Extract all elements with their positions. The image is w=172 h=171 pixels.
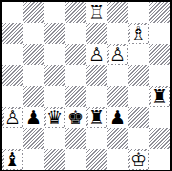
white-rook: ♖ — [88, 4, 106, 22]
square-g5[interactable] — [128, 65, 149, 86]
square-c4[interactable] — [44, 86, 65, 107]
square-g7[interactable]: ♗ — [128, 23, 149, 44]
square-b8[interactable] — [23, 2, 44, 23]
square-a6[interactable] — [2, 44, 23, 65]
square-f5[interactable] — [107, 65, 128, 86]
square-b6[interactable] — [23, 44, 44, 65]
square-e3[interactable]: ♜ — [86, 107, 107, 128]
square-d3[interactable]: ♚ — [65, 107, 86, 128]
square-d6[interactable] — [65, 44, 86, 65]
square-e4[interactable] — [86, 86, 107, 107]
square-c2[interactable] — [44, 128, 65, 149]
square-a2[interactable] — [2, 128, 23, 149]
square-b3[interactable]: ♟ — [23, 107, 44, 128]
square-b5[interactable] — [23, 65, 44, 86]
square-b1[interactable] — [23, 149, 44, 170]
square-h5[interactable] — [149, 65, 170, 86]
square-h3[interactable] — [149, 107, 170, 128]
square-b2[interactable] — [23, 128, 44, 149]
square-g3[interactable] — [128, 107, 149, 128]
square-c8[interactable] — [44, 2, 65, 23]
square-f1[interactable] — [107, 149, 128, 170]
square-h2[interactable] — [149, 128, 170, 149]
square-a5[interactable] — [2, 65, 23, 86]
square-f3[interactable]: ♟ — [107, 107, 128, 128]
square-c7[interactable] — [44, 23, 65, 44]
square-d4[interactable] — [65, 86, 86, 107]
square-a3[interactable]: ♙ — [2, 107, 23, 128]
square-e2[interactable] — [86, 128, 107, 149]
square-c5[interactable] — [44, 65, 65, 86]
square-g8[interactable] — [128, 2, 149, 23]
square-f2[interactable] — [107, 128, 128, 149]
black-bishop: ♝ — [4, 151, 22, 169]
white-pawn: ♙ — [4, 109, 22, 127]
square-c3[interactable]: ♛ — [44, 107, 65, 128]
square-e1[interactable] — [86, 149, 107, 170]
square-g2[interactable] — [128, 128, 149, 149]
square-e5[interactable] — [86, 65, 107, 86]
black-rook: ♜ — [151, 88, 169, 106]
square-d1[interactable] — [65, 149, 86, 170]
square-a8[interactable] — [2, 2, 23, 23]
square-h6[interactable] — [149, 44, 170, 65]
square-e8[interactable]: ♖ — [86, 2, 107, 23]
white-king: ♔ — [130, 151, 148, 169]
square-f4[interactable] — [107, 86, 128, 107]
square-d8[interactable] — [65, 2, 86, 23]
square-g6[interactable] — [128, 44, 149, 65]
square-e7[interactable] — [86, 23, 107, 44]
square-b4[interactable] — [23, 86, 44, 107]
chess-board: ♖♗♙♙♜♙♟♛♚♜♟♝♔ — [2, 2, 170, 170]
square-e6[interactable]: ♙ — [86, 44, 107, 65]
black-rook: ♜ — [88, 109, 106, 127]
square-h1[interactable] — [149, 149, 170, 170]
square-a7[interactable] — [2, 23, 23, 44]
square-h7[interactable] — [149, 23, 170, 44]
square-f8[interactable] — [107, 2, 128, 23]
square-d2[interactable] — [65, 128, 86, 149]
square-d7[interactable] — [65, 23, 86, 44]
square-a1[interactable]: ♝ — [2, 149, 23, 170]
white-pawn: ♙ — [88, 46, 106, 64]
chess-diagram: ♖♗♙♙♜♙♟♛♚♜♟♝♔ — [0, 0, 172, 171]
black-pawn: ♟ — [25, 109, 43, 127]
square-f6[interactable]: ♙ — [107, 44, 128, 65]
square-d5[interactable] — [65, 65, 86, 86]
black-queen: ♛ — [46, 109, 64, 127]
square-g1[interactable]: ♔ — [128, 149, 149, 170]
black-king: ♚ — [67, 109, 85, 127]
square-g4[interactable] — [128, 86, 149, 107]
square-h8[interactable] — [149, 2, 170, 23]
chess-board-frame: ♖♗♙♙♜♙♟♛♚♜♟♝♔ — [0, 0, 172, 171]
square-c6[interactable] — [44, 44, 65, 65]
square-b7[interactable] — [23, 23, 44, 44]
black-pawn: ♟ — [109, 109, 127, 127]
square-f7[interactable] — [107, 23, 128, 44]
white-pawn: ♙ — [109, 46, 127, 64]
square-a4[interactable] — [2, 86, 23, 107]
square-h4[interactable]: ♜ — [149, 86, 170, 107]
white-bishop: ♗ — [130, 25, 148, 43]
square-c1[interactable] — [44, 149, 65, 170]
